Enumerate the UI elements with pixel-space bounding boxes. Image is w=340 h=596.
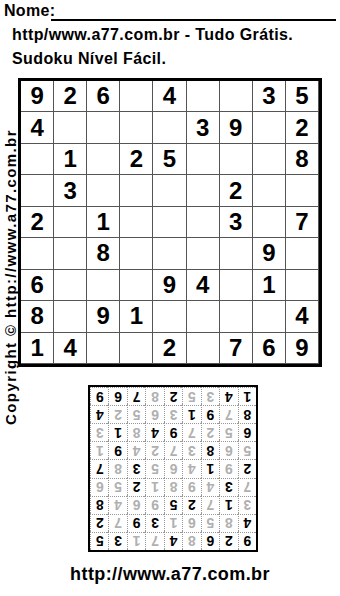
puzzle-cell-r6c1 — [21, 238, 54, 269]
footer-url: http://www.a77.com.br — [0, 564, 340, 585]
solution-cell-r8c5: 3 — [164, 405, 182, 423]
solution-cell-r5c3: 1 — [201, 459, 219, 477]
puzzle-cell-r4c8 — [253, 175, 286, 206]
solution-cell-r1c5: 4 — [164, 532, 182, 550]
puzzle-cell-r3c2: 1 — [54, 144, 87, 175]
puzzle-cell-r8c6 — [187, 301, 220, 332]
puzzle-cell-r7c2 — [54, 270, 87, 301]
puzzle-cell-r3c6 — [187, 144, 220, 175]
solution-cell-r7c3: 2 — [201, 423, 219, 441]
solution-cell-r1c4: 8 — [182, 532, 200, 550]
name-label: Nome: — [4, 2, 55, 20]
solution-cell-r8c6: 6 — [145, 405, 163, 423]
puzzle-cell-r5c9: 7 — [286, 207, 319, 238]
puzzle-cell-r5c6 — [187, 207, 220, 238]
puzzle-title: Sudoku Nível Fácil. — [12, 50, 166, 68]
puzzle-cell-r1c9: 5 — [286, 81, 319, 112]
solution-cell-r6c7: 4 — [127, 441, 145, 459]
puzzle-cell-r5c7: 3 — [220, 207, 253, 238]
solution-cell-r2c5: 1 — [164, 514, 182, 532]
puzzle-cell-r1c4 — [120, 81, 153, 112]
puzzle-cell-r4c1 — [21, 175, 54, 206]
puzzle-cell-r8c8 — [253, 301, 286, 332]
puzzle-cell-r9c8: 6 — [253, 333, 286, 364]
puzzle-cell-r8c3: 9 — [87, 301, 120, 332]
puzzle-cell-r4c5 — [153, 175, 186, 206]
solution-cell-r4c7: 2 — [127, 478, 145, 496]
solution-cell-r5c8: 8 — [108, 459, 126, 477]
solution-cell-r5c5: 6 — [164, 459, 182, 477]
solution-cell-r9c9: 9 — [90, 387, 108, 405]
site-line: http/www.a77.com.br - Tudo Grátis. — [12, 26, 293, 44]
puzzle-cell-r4c3 — [87, 175, 120, 206]
solution-cell-r7c5: 9 — [164, 423, 182, 441]
puzzle-cell-r1c1: 9 — [21, 81, 54, 112]
solution-cell-r9c7: 7 — [127, 387, 145, 405]
solution-cell-r3c5: 5 — [164, 496, 182, 514]
puzzle-cell-r8c1: 8 — [21, 301, 54, 332]
solution-cell-r4c8: 5 — [108, 478, 126, 496]
puzzle-cell-r5c5 — [153, 207, 186, 238]
puzzle-cell-r5c1: 2 — [21, 207, 54, 238]
solution-cell-r3c1: 3 — [238, 496, 256, 514]
puzzle-cell-r3c5: 5 — [153, 144, 186, 175]
puzzle-cell-r5c2 — [54, 207, 87, 238]
puzzle-cell-r7c8: 1 — [253, 270, 286, 301]
solution-cell-r3c4: 2 — [182, 496, 200, 514]
puzzle-cell-r9c2: 4 — [54, 333, 87, 364]
solution-cell-r2c7: 9 — [127, 514, 145, 532]
solution-cell-r6c5: 7 — [164, 441, 182, 459]
solution-cell-r3c8: 4 — [108, 496, 126, 514]
solution-cell-r6c6: 2 — [145, 441, 163, 459]
puzzle-cell-r6c4 — [120, 238, 153, 269]
solution-cell-r5c1: 2 — [238, 459, 256, 477]
solution-cell-r8c4: 1 — [182, 405, 200, 423]
solution-cell-r7c8: 1 — [108, 423, 126, 441]
puzzle-cell-r2c8 — [253, 112, 286, 143]
puzzle-cell-r8c5 — [153, 301, 186, 332]
puzzle-cell-r9c9: 9 — [286, 333, 319, 364]
solution-cell-r8c2: 7 — [219, 405, 237, 423]
puzzle-cell-r2c5 — [153, 112, 186, 143]
solution-cell-r7c7: 8 — [127, 423, 145, 441]
solution-cell-r1c8: 3 — [108, 532, 126, 550]
puzzle-cell-r3c9: 8 — [286, 144, 319, 175]
puzzle-cell-r7c3 — [87, 270, 120, 301]
puzzle-cell-r3c3 — [87, 144, 120, 175]
solution-cell-r6c1: 5 — [238, 441, 256, 459]
solution-cell-r5c9: 7 — [90, 459, 108, 477]
solution-cell-r3c3: 7 — [201, 496, 219, 514]
solution-cell-r2c6: 3 — [145, 514, 163, 532]
solution-cell-r8c3: 9 — [201, 405, 219, 423]
puzzle-cell-r9c4 — [120, 333, 153, 364]
puzzle-cell-r4c4 — [120, 175, 153, 206]
solution-cell-r7c2: 5 — [219, 423, 237, 441]
puzzle-cell-r2c7: 9 — [220, 112, 253, 143]
solution-cell-r5c4: 4 — [182, 459, 200, 477]
solution-cell-r3c7: 6 — [127, 496, 145, 514]
puzzle-cell-r2c1: 4 — [21, 112, 54, 143]
puzzle-cell-r3c8 — [253, 144, 286, 175]
puzzle-cell-r1c7 — [220, 81, 253, 112]
puzzle-cell-r4c2: 3 — [54, 175, 87, 206]
solution-cell-r3c6: 9 — [145, 496, 163, 514]
solution-cell-r6c9: 1 — [90, 441, 108, 459]
solution-cell-r6c3: 8 — [201, 441, 219, 459]
puzzle-cell-r5c8 — [253, 207, 286, 238]
solution-cell-r4c9: 6 — [90, 478, 108, 496]
solution-cell-r4c6: 1 — [145, 478, 163, 496]
puzzle-cell-r4c7: 2 — [220, 175, 253, 206]
solution-cell-r2c1: 4 — [238, 514, 256, 532]
puzzle-cell-r6c5 — [153, 238, 186, 269]
solution-cell-r1c1: 9 — [238, 532, 256, 550]
puzzle-cell-r4c6 — [187, 175, 220, 206]
copyright-text: Copyright © http://www.a77.com.br — [2, 109, 20, 446]
puzzle-cell-r9c5: 2 — [153, 333, 186, 364]
puzzle-cell-r7c4 — [120, 270, 153, 301]
solution-cell-r9c4: 5 — [182, 387, 200, 405]
solution-cell-r9c3: 3 — [201, 387, 219, 405]
puzzle-cell-r3c1 — [21, 144, 54, 175]
solution-cell-r7c1: 6 — [238, 423, 256, 441]
solution-cell-r9c1: 1 — [238, 387, 256, 405]
puzzle-cell-r2c9: 2 — [286, 112, 319, 143]
solution-cell-r7c9: 3 — [90, 423, 108, 441]
solution-cell-r5c6: 5 — [145, 459, 163, 477]
solution-cell-r1c6: 7 — [145, 532, 163, 550]
name-underline — [51, 19, 336, 21]
solution-cell-r3c2: 1 — [219, 496, 237, 514]
solution-cell-r1c3: 6 — [201, 532, 219, 550]
solution-cell-r4c5: 8 — [164, 478, 182, 496]
solution-cell-r8c7: 5 — [127, 405, 145, 423]
puzzle-cell-r7c7 — [220, 270, 253, 301]
puzzle-cell-r7c9 — [286, 270, 319, 301]
solution-cell-r2c8: 7 — [108, 514, 126, 532]
puzzle-cell-r4c9 — [286, 175, 319, 206]
puzzle-cell-r2c2 — [54, 112, 87, 143]
puzzle-cell-r1c6 — [187, 81, 220, 112]
puzzle-cell-r9c1: 1 — [21, 333, 54, 364]
puzzle-cell-r6c2 — [54, 238, 87, 269]
solution-cell-r5c7: 3 — [127, 459, 145, 477]
puzzle-cell-r1c8: 3 — [253, 81, 286, 112]
solution-grid: 9268471354856139723172596487349812562914… — [88, 385, 258, 552]
puzzle-cell-r9c3 — [87, 333, 120, 364]
solution-cell-r9c6: 8 — [145, 387, 163, 405]
puzzle-cell-r8c4: 1 — [120, 301, 153, 332]
solution-cell-r9c5: 2 — [164, 387, 182, 405]
solution-cell-r4c1: 7 — [238, 478, 256, 496]
puzzle-cell-r6c3: 8 — [87, 238, 120, 269]
puzzle-cell-r2c4 — [120, 112, 153, 143]
puzzle-cell-r5c3: 1 — [87, 207, 120, 238]
puzzle-cell-r2c6: 3 — [187, 112, 220, 143]
solution-cell-r2c2: 8 — [219, 514, 237, 532]
puzzle-cell-r1c5: 4 — [153, 81, 186, 112]
solution-cell-r9c2: 4 — [219, 387, 237, 405]
solution-cell-r1c9: 5 — [90, 532, 108, 550]
puzzle-cell-r1c3: 6 — [87, 81, 120, 112]
puzzle-grid: 926435439212583221378969418914142769 — [18, 78, 322, 367]
puzzle-cell-r6c9 — [286, 238, 319, 269]
solution-cell-r6c8: 9 — [108, 441, 126, 459]
solution-cell-r6c4: 3 — [182, 441, 200, 459]
puzzle-cell-r7c1: 6 — [21, 270, 54, 301]
solution-cell-r6c2: 6 — [219, 441, 237, 459]
solution-cell-r8c1: 8 — [238, 405, 256, 423]
puzzle-cell-r5c4 — [120, 207, 153, 238]
puzzle-cell-r1c2: 2 — [54, 81, 87, 112]
solution-cell-r8c8: 2 — [108, 405, 126, 423]
solution-cell-r2c9: 2 — [90, 514, 108, 532]
solution-cell-r1c2: 2 — [219, 532, 237, 550]
puzzle-cell-r9c7: 7 — [220, 333, 253, 364]
puzzle-cell-r3c7 — [220, 144, 253, 175]
puzzle-cell-r6c6 — [187, 238, 220, 269]
solution-cell-r2c4: 6 — [182, 514, 200, 532]
puzzle-cell-r3c4: 2 — [120, 144, 153, 175]
puzzle-cell-r7c5: 9 — [153, 270, 186, 301]
solution-cell-r8c9: 4 — [90, 405, 108, 423]
puzzle-cell-r8c9: 4 — [286, 301, 319, 332]
puzzle-cell-r8c2 — [54, 301, 87, 332]
puzzle-cell-r9c6 — [187, 333, 220, 364]
solution-cell-r7c6: 4 — [145, 423, 163, 441]
puzzle-cell-r6c8: 9 — [253, 238, 286, 269]
puzzle-cell-r2c3 — [87, 112, 120, 143]
solution-cell-r5c2: 9 — [219, 459, 237, 477]
solution-cell-r4c3: 4 — [201, 478, 219, 496]
solution-cell-r2c3: 5 — [201, 514, 219, 532]
puzzle-cell-r8c7 — [220, 301, 253, 332]
solution-cell-r9c8: 6 — [108, 387, 126, 405]
solution-cell-r4c2: 3 — [219, 478, 237, 496]
solution-cell-r3c9: 8 — [90, 496, 108, 514]
solution-cell-r1c7: 1 — [127, 532, 145, 550]
solution-cell-r4c4: 9 — [182, 478, 200, 496]
puzzle-cell-r7c6: 4 — [187, 270, 220, 301]
puzzle-cell-r6c7 — [220, 238, 253, 269]
solution-cell-r7c4: 7 — [182, 423, 200, 441]
